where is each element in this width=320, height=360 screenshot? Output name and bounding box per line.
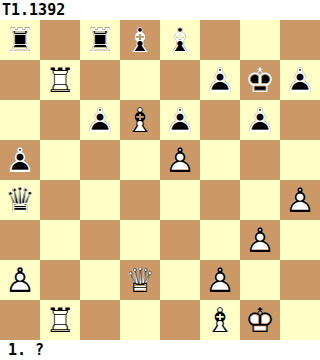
- piece-black-queen: ♛♕: [0, 180, 40, 220]
- square-h1[interactable]: [280, 300, 320, 340]
- piece-white-pawn: ♟♙: [240, 220, 280, 260]
- chess-puzzle-window: T1.1392 ♜♖♜♖♝♗♝♗♜♖♟♙♚♔♟♙♟♙♝♗♟♙♟♙♟♙♟♙♛♕♟♙…: [0, 0, 320, 360]
- square-b8[interactable]: [40, 20, 80, 60]
- square-e1[interactable]: [160, 300, 200, 340]
- square-e3[interactable]: [160, 220, 200, 260]
- square-h3[interactable]: [280, 220, 320, 260]
- piece-white-pawn: ♟♙: [200, 260, 240, 300]
- square-b7[interactable]: ♜♖: [40, 60, 80, 100]
- square-f4[interactable]: [200, 180, 240, 220]
- square-c4[interactable]: [80, 180, 120, 220]
- square-d3[interactable]: [120, 220, 160, 260]
- square-h6[interactable]: [280, 100, 320, 140]
- square-f8[interactable]: [200, 20, 240, 60]
- square-g1[interactable]: ♚♔: [240, 300, 280, 340]
- square-a5[interactable]: ♟♙: [0, 140, 40, 180]
- square-b1[interactable]: ♜♖: [40, 300, 80, 340]
- piece-black-bishop: ♝♗: [120, 20, 160, 60]
- square-c3[interactable]: [80, 220, 120, 260]
- piece-black-bishop: ♝♗: [160, 20, 200, 60]
- square-a4[interactable]: ♛♕: [0, 180, 40, 220]
- square-c1[interactable]: [80, 300, 120, 340]
- square-d1[interactable]: [120, 300, 160, 340]
- square-e7[interactable]: [160, 60, 200, 100]
- square-b6[interactable]: [40, 100, 80, 140]
- piece-black-pawn: ♟♙: [200, 60, 240, 100]
- square-f1[interactable]: ♝♗: [200, 300, 240, 340]
- square-d7[interactable]: [120, 60, 160, 100]
- piece-black-king: ♚♔: [240, 60, 280, 100]
- square-d6[interactable]: ♝♗: [120, 100, 160, 140]
- piece-black-rook: ♜♖: [0, 20, 40, 60]
- square-b3[interactable]: [40, 220, 80, 260]
- square-e8[interactable]: ♝♗: [160, 20, 200, 60]
- square-f3[interactable]: [200, 220, 240, 260]
- piece-black-pawn: ♟♙: [280, 60, 320, 100]
- square-b2[interactable]: [40, 260, 80, 300]
- square-e2[interactable]: [160, 260, 200, 300]
- square-g3[interactable]: ♟♙: [240, 220, 280, 260]
- square-g6[interactable]: ♟♙: [240, 100, 280, 140]
- piece-white-rook: ♜♖: [40, 60, 80, 100]
- square-e5[interactable]: ♟♙: [160, 140, 200, 180]
- square-h8[interactable]: [280, 20, 320, 60]
- square-c2[interactable]: [80, 260, 120, 300]
- square-a7[interactable]: [0, 60, 40, 100]
- piece-white-king: ♚♔: [240, 300, 280, 340]
- square-c8[interactable]: ♜♖: [80, 20, 120, 60]
- piece-white-rook: ♜♖: [40, 300, 80, 340]
- square-f6[interactable]: [200, 100, 240, 140]
- piece-white-queen: ♛♕: [120, 260, 160, 300]
- puzzle-id: T1.1392: [0, 0, 320, 20]
- square-a6[interactable]: [0, 100, 40, 140]
- square-a3[interactable]: [0, 220, 40, 260]
- square-a1[interactable]: [0, 300, 40, 340]
- square-d5[interactable]: [120, 140, 160, 180]
- piece-white-bishop: ♝♗: [120, 100, 160, 140]
- square-g4[interactable]: [240, 180, 280, 220]
- square-d2[interactable]: ♛♕: [120, 260, 160, 300]
- square-f5[interactable]: [200, 140, 240, 180]
- square-c5[interactable]: [80, 140, 120, 180]
- square-d8[interactable]: ♝♗: [120, 20, 160, 60]
- square-f2[interactable]: ♟♙: [200, 260, 240, 300]
- square-h2[interactable]: [280, 260, 320, 300]
- piece-black-rook: ♜♖: [80, 20, 120, 60]
- square-b4[interactable]: [40, 180, 80, 220]
- square-g5[interactable]: [240, 140, 280, 180]
- piece-black-pawn: ♟♙: [80, 100, 120, 140]
- piece-black-pawn: ♟♙: [160, 100, 200, 140]
- square-g2[interactable]: [240, 260, 280, 300]
- chess-board: ♜♖♜♖♝♗♝♗♜♖♟♙♚♔♟♙♟♙♝♗♟♙♟♙♟♙♟♙♛♕♟♙♟♙♟♙♛♕♟♙…: [0, 20, 320, 340]
- piece-black-pawn: ♟♙: [0, 140, 40, 180]
- square-a2[interactable]: ♟♙: [0, 260, 40, 300]
- square-e6[interactable]: ♟♙: [160, 100, 200, 140]
- square-g7[interactable]: ♚♔: [240, 60, 280, 100]
- square-d4[interactable]: [120, 180, 160, 220]
- piece-white-pawn: ♟♙: [280, 180, 320, 220]
- square-h4[interactable]: ♟♙: [280, 180, 320, 220]
- move-prompt: 1. ?: [0, 340, 320, 360]
- square-e4[interactable]: [160, 180, 200, 220]
- piece-white-bishop: ♝♗: [200, 300, 240, 340]
- piece-black-pawn: ♟♙: [240, 100, 280, 140]
- piece-white-pawn: ♟♙: [160, 140, 200, 180]
- square-h7[interactable]: ♟♙: [280, 60, 320, 100]
- square-c6[interactable]: ♟♙: [80, 100, 120, 140]
- square-a8[interactable]: ♜♖: [0, 20, 40, 60]
- square-c7[interactable]: [80, 60, 120, 100]
- square-h5[interactable]: [280, 140, 320, 180]
- square-f7[interactable]: ♟♙: [200, 60, 240, 100]
- square-g8[interactable]: [240, 20, 280, 60]
- piece-white-pawn: ♟♙: [0, 260, 40, 300]
- square-b5[interactable]: [40, 140, 80, 180]
